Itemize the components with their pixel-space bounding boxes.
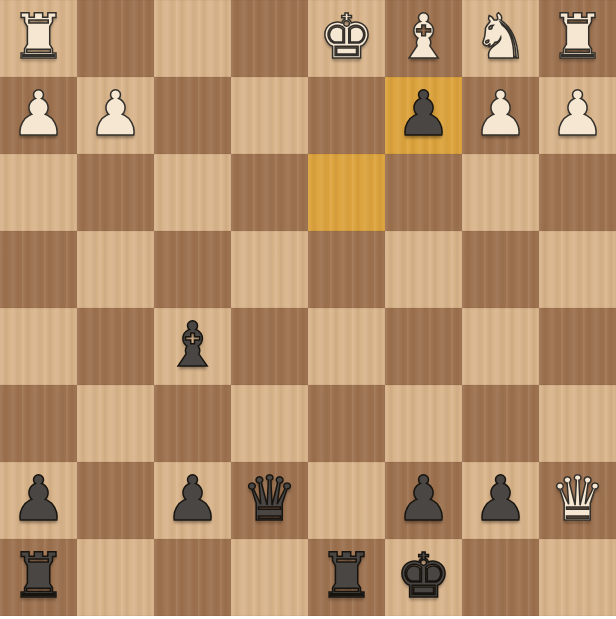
square-a3[interactable] — [539, 154, 616, 231]
square-c3[interactable] — [385, 154, 462, 231]
square-c4[interactable] — [385, 231, 462, 308]
square-g7[interactable] — [77, 462, 154, 539]
square-g5[interactable] — [77, 308, 154, 385]
square-b2[interactable]: ♟ — [462, 77, 539, 154]
square-a6[interactable] — [539, 385, 616, 462]
square-b6[interactable] — [462, 385, 539, 462]
square-c7[interactable]: ♟ — [385, 462, 462, 539]
chess-board: ♜♚♝♞♜♟♟♟♟♟♝♟♟♛♟♟♛♜♜♚ — [0, 0, 616, 616]
square-c1[interactable]: ♝ — [385, 0, 462, 77]
square-g4[interactable] — [77, 231, 154, 308]
square-h4[interactable] — [0, 231, 77, 308]
square-e3[interactable] — [231, 154, 308, 231]
square-c8[interactable]: ♚ — [385, 539, 462, 616]
square-d1[interactable]: ♚ — [308, 0, 385, 77]
square-f7[interactable]: ♟ — [154, 462, 231, 539]
square-d7[interactable] — [308, 462, 385, 539]
black-pawn-c2[interactable]: ♟ — [396, 77, 452, 152]
square-a4[interactable] — [539, 231, 616, 308]
black-rook-d8[interactable]: ♜ — [319, 539, 375, 614]
white-knight-b1[interactable]: ♞ — [473, 0, 529, 75]
white-bishop-c1[interactable]: ♝ — [396, 0, 452, 75]
white-pawn-a2[interactable]: ♟ — [550, 77, 606, 152]
black-pawn-h7[interactable]: ♟ — [11, 462, 67, 537]
square-a2[interactable]: ♟ — [539, 77, 616, 154]
white-pawn-g2[interactable]: ♟ — [88, 77, 144, 152]
square-f5[interactable]: ♝ — [154, 308, 231, 385]
square-a8[interactable] — [539, 539, 616, 616]
square-f2[interactable] — [154, 77, 231, 154]
white-rook-h1[interactable]: ♜ — [11, 0, 67, 75]
black-pawn-c7[interactable]: ♟ — [396, 462, 452, 537]
square-b7[interactable]: ♟ — [462, 462, 539, 539]
square-c5[interactable] — [385, 308, 462, 385]
square-h7[interactable]: ♟ — [0, 462, 77, 539]
square-h3[interactable] — [0, 154, 77, 231]
square-b1[interactable]: ♞ — [462, 0, 539, 77]
white-pawn-h2[interactable]: ♟ — [11, 77, 67, 152]
white-queen-a7[interactable]: ♛ — [550, 462, 606, 537]
square-f8[interactable] — [154, 539, 231, 616]
square-d4[interactable] — [308, 231, 385, 308]
black-rook-h8[interactable]: ♜ — [11, 539, 67, 614]
square-h5[interactable] — [0, 308, 77, 385]
square-h2[interactable]: ♟ — [0, 77, 77, 154]
square-c2[interactable]: ♟ — [385, 77, 462, 154]
square-b4[interactable] — [462, 231, 539, 308]
square-d8[interactable]: ♜ — [308, 539, 385, 616]
square-e5[interactable] — [231, 308, 308, 385]
square-h6[interactable] — [0, 385, 77, 462]
square-c6[interactable] — [385, 385, 462, 462]
square-g6[interactable] — [77, 385, 154, 462]
square-b8[interactable] — [462, 539, 539, 616]
square-h8[interactable]: ♜ — [0, 539, 77, 616]
black-queen-e7[interactable]: ♛ — [242, 462, 298, 537]
square-g2[interactable]: ♟ — [77, 77, 154, 154]
square-d2[interactable] — [308, 77, 385, 154]
white-rook-a1[interactable]: ♜ — [550, 0, 606, 75]
black-pawn-f7[interactable]: ♟ — [165, 462, 221, 537]
square-a7[interactable]: ♛ — [539, 462, 616, 539]
square-f6[interactable] — [154, 385, 231, 462]
square-b5[interactable] — [462, 308, 539, 385]
white-pawn-b2[interactable]: ♟ — [473, 77, 529, 152]
square-f1[interactable] — [154, 0, 231, 77]
square-e6[interactable] — [231, 385, 308, 462]
square-g3[interactable] — [77, 154, 154, 231]
square-e8[interactable] — [231, 539, 308, 616]
square-h1[interactable]: ♜ — [0, 0, 77, 77]
square-b3[interactable] — [462, 154, 539, 231]
black-bishop-f5[interactable]: ♝ — [165, 308, 221, 383]
square-g8[interactable] — [77, 539, 154, 616]
square-f3[interactable] — [154, 154, 231, 231]
square-f4[interactable] — [154, 231, 231, 308]
square-a1[interactable]: ♜ — [539, 0, 616, 77]
square-e7[interactable]: ♛ — [231, 462, 308, 539]
square-e2[interactable] — [231, 77, 308, 154]
square-e4[interactable] — [231, 231, 308, 308]
square-d6[interactable] — [308, 385, 385, 462]
square-d5[interactable] — [308, 308, 385, 385]
black-pawn-b7[interactable]: ♟ — [473, 462, 529, 537]
square-g1[interactable] — [77, 0, 154, 77]
white-king-d1[interactable]: ♚ — [319, 0, 375, 75]
black-king-c8[interactable]: ♚ — [396, 539, 452, 614]
square-a5[interactable] — [539, 308, 616, 385]
square-d3[interactable] — [308, 154, 385, 231]
square-e1[interactable] — [231, 0, 308, 77]
